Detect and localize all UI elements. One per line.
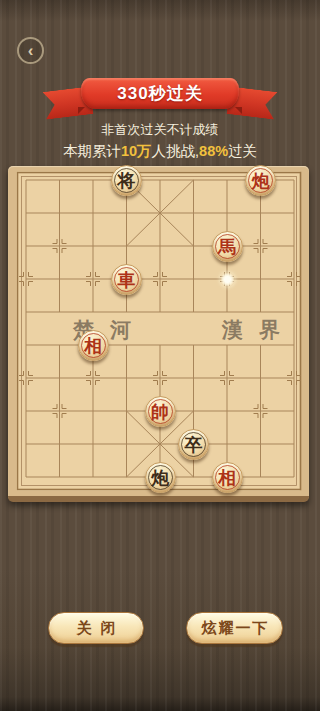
pieces-layer: 将炮馬車相帥卒炮相 (8, 166, 309, 496)
piece-red-帥[interactable]: 帥 (145, 396, 176, 427)
show-off-button-label: 炫耀一下 (202, 619, 270, 638)
piece-red-相[interactable]: 相 (78, 330, 109, 361)
piece-red-馬[interactable]: 馬 (212, 231, 243, 262)
banner-ribbon: 330秒过关 (44, 78, 276, 120)
move-hint-dot[interactable] (220, 272, 235, 287)
note-stats-prefix: 本期累计 (63, 143, 121, 159)
xiangqi-board[interactable]: 楚河 漢界 将炮馬車相帥卒炮相 (8, 166, 309, 502)
show-off-button[interactable]: 炫耀一下 (186, 612, 283, 644)
piece-red-車[interactable]: 車 (111, 264, 142, 295)
ribbon-band: 330秒过关 (81, 78, 239, 109)
back-arrow-icon: ‹ (28, 42, 34, 59)
note-first-clear: 非首次过关不计成绩 (0, 121, 320, 139)
note-stats-percent: 88% (199, 143, 228, 159)
ribbon-fold-right (235, 107, 242, 114)
piece-red-相[interactable]: 相 (212, 462, 243, 493)
note-stats-count: 10万 (121, 143, 152, 159)
note-stats: 本期累计10万人挑战,88%过关 (0, 142, 320, 161)
note-stats-mid: 人挑战, (152, 143, 200, 159)
piece-black-炮[interactable]: 炮 (145, 462, 176, 493)
note-stats-suffix: 过关 (228, 143, 257, 159)
close-button-label: 关闭 (77, 619, 125, 638)
close-button[interactable]: 关闭 (48, 612, 144, 644)
piece-red-炮[interactable]: 炮 (245, 165, 276, 196)
piece-black-卒[interactable]: 卒 (178, 429, 209, 460)
back-button[interactable]: ‹ (17, 37, 44, 64)
piece-black-将[interactable]: 将 (111, 165, 142, 196)
banner-text: 330秒过关 (117, 82, 202, 105)
ribbon-fold-left (78, 107, 85, 114)
